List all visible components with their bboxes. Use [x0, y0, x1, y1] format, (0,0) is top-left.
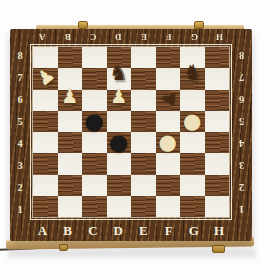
- file-label-top-c: C: [90, 32, 97, 42]
- file-label-bottom-e: E: [139, 223, 148, 239]
- product-photo-scene: ABCDEFGH 87654321 ♟♟♞♟♞♟●●●● 87654321 AB…: [0, 0, 280, 280]
- white-pawn-glyph: ♟: [110, 86, 127, 105]
- square-g6[interactable]: [180, 90, 205, 111]
- rank-label-left-3: 3: [17, 160, 22, 171]
- file-label-bottom-c: C: [88, 223, 98, 239]
- white-pawn-glyph: ♟: [33, 64, 58, 89]
- piece-white-pawn[interactable]: ♟: [33, 68, 58, 89]
- file-label-top-e: E: [141, 32, 147, 42]
- square-e7[interactable]: [131, 68, 156, 89]
- square-b3[interactable]: [58, 153, 83, 174]
- square-f7[interactable]: [156, 68, 181, 89]
- square-c3[interactable]: [82, 153, 107, 174]
- square-c1[interactable]: [82, 196, 107, 217]
- square-a4[interactable]: [33, 132, 58, 153]
- dark-knight-glyph: ♞: [109, 63, 128, 84]
- square-f5[interactable]: [156, 111, 181, 132]
- chess-board: ABCDEFGH 87654321 ♟♟♞♟♞♟●●●● 87654321 AB…: [10, 29, 252, 241]
- square-g4[interactable]: [180, 132, 205, 153]
- file-label-top-b: B: [65, 32, 71, 42]
- square-c8[interactable]: [82, 47, 107, 68]
- square-c2[interactable]: [82, 175, 107, 196]
- board-frame: ♟♟♞♟♞♟●●●●: [30, 44, 232, 220]
- piece-white-pawn[interactable]: ♟: [107, 90, 132, 111]
- piece-dark-pawn[interactable]: ♟: [156, 90, 181, 111]
- white-pawn-glyph: ♟: [61, 86, 78, 105]
- file-label-bottom-g: G: [189, 223, 200, 239]
- file-label-bottom-d: D: [113, 223, 123, 239]
- piece-white-checker[interactable]: ●: [156, 132, 181, 153]
- square-e8[interactable]: [131, 47, 156, 68]
- file-label-bottom-h: H: [214, 223, 225, 239]
- file-label-top-g: G: [191, 32, 198, 42]
- square-a3[interactable]: [33, 153, 58, 174]
- square-a2[interactable]: [33, 175, 58, 196]
- rank-label-right-4: 4: [239, 138, 244, 149]
- file-labels-bottom: ABCDEFGH: [30, 220, 232, 241]
- file-labels-top-inverted: ABCDEFGH: [30, 29, 232, 44]
- rank-label-left-7: 7: [17, 72, 22, 83]
- file-label-bottom-a: A: [38, 223, 48, 239]
- square-a5[interactable]: [33, 111, 58, 132]
- hinge-icon: [212, 245, 225, 253]
- piece-white-pawn[interactable]: ♟: [58, 90, 83, 111]
- square-e2[interactable]: [131, 175, 156, 196]
- square-f8[interactable]: [156, 47, 181, 68]
- square-b2[interactable]: [58, 175, 83, 196]
- rank-label-left-6: 6: [17, 94, 22, 105]
- dark-knight-glyph: ♞: [181, 62, 203, 85]
- square-e4[interactable]: [131, 132, 156, 153]
- file-label-bottom-f: F: [165, 223, 173, 239]
- square-b4[interactable]: [58, 132, 83, 153]
- rank-label-left-1: 1: [17, 204, 22, 215]
- square-g3[interactable]: [180, 153, 205, 174]
- black-checker-glyph: ●: [110, 132, 128, 153]
- square-h6[interactable]: [205, 90, 230, 111]
- square-d1[interactable]: [107, 196, 132, 217]
- white-checker-glyph: ●: [183, 111, 201, 132]
- black-checker-glyph: ●: [85, 111, 103, 132]
- rank-label-right-2: 2: [239, 182, 244, 193]
- square-g2[interactable]: [180, 175, 205, 196]
- square-b8[interactable]: [58, 47, 83, 68]
- square-a1[interactable]: [33, 196, 58, 217]
- file-label-top-f: F: [166, 32, 172, 42]
- square-h1[interactable]: [205, 196, 230, 217]
- piece-black-checker[interactable]: ●: [107, 132, 132, 153]
- board-grid: ♟♟♞♟♞♟●●●●: [33, 47, 229, 217]
- square-e3[interactable]: [131, 153, 156, 174]
- file-label-top-a: A: [39, 32, 46, 42]
- square-h3[interactable]: [205, 153, 230, 174]
- square-g1[interactable]: [180, 196, 205, 217]
- rank-labels-right-inverted: 87654321: [232, 44, 252, 220]
- square-f2[interactable]: [156, 175, 181, 196]
- square-c6[interactable]: [82, 90, 107, 111]
- rank-label-left-2: 2: [17, 182, 22, 193]
- dark-pawn-glyph: ♟: [158, 90, 178, 108]
- square-d3[interactable]: [107, 153, 132, 174]
- rank-label-right-6: 6: [239, 94, 244, 105]
- rank-label-right-3: 3: [239, 160, 244, 171]
- square-h4[interactable]: [205, 132, 230, 153]
- rank-label-left-5: 5: [17, 116, 22, 127]
- rank-label-right-8: 8: [239, 50, 244, 61]
- square-c7[interactable]: [82, 68, 107, 89]
- rank-label-left-4: 4: [17, 138, 22, 149]
- hinge-icon: [59, 244, 68, 251]
- rank-label-right-5: 5: [239, 116, 244, 127]
- piece-black-checker[interactable]: ●: [82, 111, 107, 132]
- square-h7[interactable]: [205, 68, 230, 89]
- hinge-icon: [194, 21, 204, 29]
- piece-dark-knight[interactable]: ♞: [180, 68, 205, 89]
- file-label-bottom-b: B: [63, 223, 72, 239]
- file-label-top-h: H: [216, 32, 223, 42]
- square-f1[interactable]: [156, 196, 181, 217]
- rank-label-left-8: 8: [17, 50, 22, 61]
- square-b1[interactable]: [58, 196, 83, 217]
- square-e6[interactable]: [131, 90, 156, 111]
- hinge-icon: [78, 21, 88, 29]
- rank-label-right-7: 7: [239, 72, 244, 83]
- square-h2[interactable]: [205, 175, 230, 196]
- piece-white-checker[interactable]: ●: [180, 111, 205, 132]
- square-a6[interactable]: [33, 90, 58, 111]
- square-f3[interactable]: [156, 153, 181, 174]
- square-e5[interactable]: [131, 111, 156, 132]
- white-checker-glyph: ●: [159, 132, 177, 153]
- square-d2[interactable]: [107, 175, 132, 196]
- file-label-top-d: D: [115, 32, 122, 42]
- square-h8[interactable]: [205, 47, 230, 68]
- rank-label-right-1: 1: [239, 204, 244, 215]
- square-d5[interactable]: [107, 111, 132, 132]
- square-h5[interactable]: [205, 111, 230, 132]
- square-c4[interactable]: [82, 132, 107, 153]
- rank-labels-left: 87654321: [10, 44, 30, 220]
- square-b5[interactable]: [58, 111, 83, 132]
- square-e1[interactable]: [131, 196, 156, 217]
